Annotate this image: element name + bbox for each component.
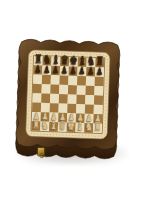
square-b4 — [41, 93, 50, 103]
square-a4 — [32, 93, 41, 103]
square-e1: ♚ — [67, 122, 76, 132]
square-a5 — [33, 84, 42, 94]
black-pawn: ♟ — [87, 66, 94, 76]
square-f7: ♟ — [77, 67, 86, 77]
chess-board-grid: ♜♞♝♛♚♝♞♜♟♟♟♟♟♟♟♟♟♟♟♟♟♟♟♟♜♞♝♛♚♝♞♜ — [31, 56, 104, 133]
square-f1: ♝ — [75, 123, 84, 133]
square-h4 — [94, 95, 103, 105]
square-d6 — [59, 75, 68, 85]
square-c2: ♟ — [49, 112, 58, 122]
square-e4 — [68, 94, 77, 104]
square-h5 — [94, 86, 103, 96]
square-b8: ♞ — [42, 56, 51, 66]
square-e5 — [68, 85, 77, 95]
square-h2: ♟ — [93, 114, 102, 124]
white-pawn: ♟ — [59, 112, 66, 122]
white-pawn: ♟ — [33, 111, 40, 121]
product-photo: ♜♞♝♛♚♝♞♜♟♟♟♟♟♟♟♟♟♟♟♟♟♟♟♟♜♞♝♛♚♝♞♜ — [0, 0, 150, 200]
square-h7: ♟ — [95, 67, 104, 77]
white-pawn: ♟ — [50, 112, 57, 122]
square-f3 — [76, 104, 85, 114]
black-pawn: ♟ — [52, 65, 59, 75]
chess-box-scene: ♜♞♝♛♚♝♞♜♟♟♟♟♟♟♟♟♟♟♟♟♟♟♟♟♜♞♝♛♚♝♞♜ — [10, 33, 126, 164]
white-pawn: ♟ — [68, 113, 75, 123]
black-pawn: ♟ — [35, 65, 42, 75]
square-d4 — [59, 94, 68, 104]
square-f2: ♟ — [76, 113, 85, 123]
square-e3 — [67, 104, 76, 114]
square-g7: ♟ — [86, 67, 95, 77]
square-h8: ♜ — [95, 58, 104, 68]
square-g1: ♞ — [84, 123, 93, 133]
white-pawn: ♟ — [77, 113, 84, 123]
square-a2: ♟ — [32, 112, 41, 122]
square-b3 — [41, 103, 50, 113]
square-h3 — [94, 105, 103, 115]
square-c3 — [50, 103, 59, 113]
square-f8: ♝ — [78, 57, 87, 67]
square-a3 — [32, 103, 41, 113]
square-f4 — [76, 95, 85, 105]
square-h6 — [95, 77, 104, 87]
black-pawn: ♟ — [79, 66, 86, 76]
brass-clasp — [37, 147, 45, 157]
square-a6 — [33, 75, 42, 85]
white-pawn: ♟ — [94, 113, 101, 123]
square-d1: ♛ — [58, 122, 67, 132]
black-pawn: ♟ — [43, 65, 50, 75]
square-d5 — [59, 85, 68, 95]
square-c4 — [50, 94, 59, 104]
square-g3 — [85, 104, 94, 114]
square-e7: ♟ — [69, 66, 78, 76]
square-b7: ♟ — [42, 65, 51, 75]
square-c5 — [50, 84, 59, 94]
square-a7: ♟ — [33, 65, 42, 75]
square-d3 — [58, 103, 67, 113]
square-h1: ♜ — [93, 123, 102, 133]
black-pawn: ♟ — [70, 66, 77, 76]
white-pawn: ♟ — [86, 113, 93, 123]
square-c1: ♝ — [49, 122, 58, 132]
white-pawn: ♟ — [42, 112, 49, 122]
square-b2: ♟ — [41, 112, 50, 122]
square-g8: ♞ — [86, 58, 95, 68]
square-b5 — [42, 84, 51, 94]
square-g2: ♟ — [84, 114, 93, 124]
square-a8: ♜ — [34, 56, 43, 66]
square-d8: ♛ — [60, 57, 69, 67]
square-f5 — [77, 85, 86, 95]
square-g4 — [85, 95, 94, 105]
black-pawn: ♟ — [61, 66, 68, 76]
square-e6 — [68, 76, 77, 86]
square-d2: ♟ — [58, 113, 67, 123]
black-pawn: ♟ — [96, 67, 103, 77]
square-c7: ♟ — [51, 66, 60, 76]
square-e2: ♟ — [67, 113, 76, 123]
square-c6 — [51, 75, 60, 85]
square-b6 — [42, 75, 51, 85]
square-e8: ♚ — [69, 57, 78, 67]
square-a1: ♜ — [31, 121, 40, 131]
square-b1: ♞ — [40, 122, 49, 132]
square-c8: ♝ — [51, 56, 60, 66]
square-g5 — [85, 86, 94, 96]
square-d7: ♟ — [60, 66, 69, 76]
square-g6 — [86, 76, 95, 86]
square-f6 — [77, 76, 86, 86]
